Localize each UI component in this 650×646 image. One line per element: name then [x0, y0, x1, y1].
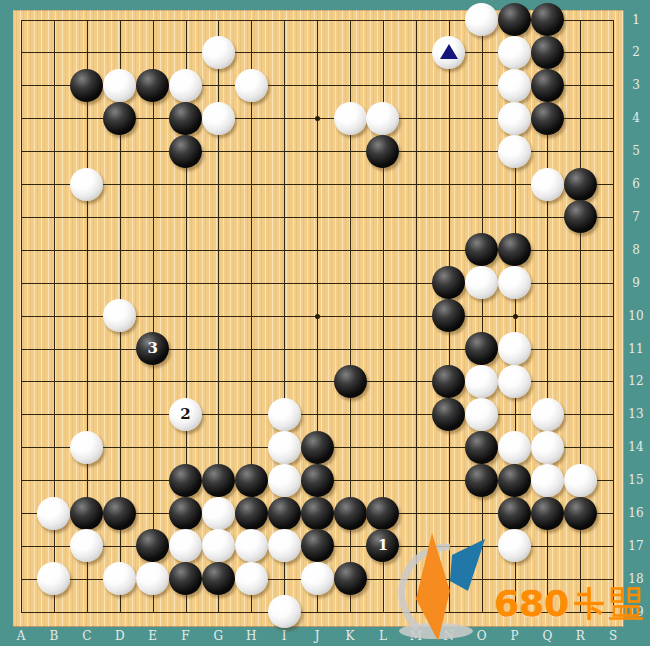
stone-black-P16[interactable]: [498, 497, 531, 530]
stone-white-I13[interactable]: [268, 398, 301, 431]
col-label-B: B: [44, 629, 64, 644]
stone-white-H18[interactable]: [235, 562, 268, 595]
stone-white-N2[interactable]: [432, 36, 465, 69]
stone-black-H16[interactable]: [235, 497, 268, 530]
stone-white-P9[interactable]: [498, 266, 531, 299]
col-label-D: D: [110, 629, 130, 644]
col-label-K: K: [340, 629, 360, 644]
stone-black-J15[interactable]: [301, 464, 334, 497]
stone-white-D3[interactable]: [103, 69, 136, 102]
stone-white-I17[interactable]: [268, 529, 301, 562]
stone-black-G18[interactable]: [202, 562, 235, 595]
stone-white-I15[interactable]: [268, 464, 301, 497]
stone-black-R16[interactable]: [564, 497, 597, 530]
stone-black-O14[interactable]: [465, 431, 498, 464]
stone-black-F4[interactable]: [169, 102, 202, 135]
row-label-6: 6: [623, 177, 649, 191]
stone-white-P12[interactable]: [498, 365, 531, 398]
stone-white-G2[interactable]: [202, 36, 235, 69]
stone-white-P14[interactable]: [498, 431, 531, 464]
stone-white-C14[interactable]: [70, 431, 103, 464]
stone-black-K18[interactable]: [334, 562, 367, 595]
row-label-18: 18: [623, 572, 649, 586]
stone-white-H3[interactable]: [235, 69, 268, 102]
stone-white-P5[interactable]: [498, 135, 531, 168]
row-label-8: 8: [623, 243, 649, 257]
stone-black-N13[interactable]: [432, 398, 465, 431]
col-label-P: P: [505, 629, 525, 644]
stone-black-Q3[interactable]: [531, 69, 564, 102]
stone-black-P1[interactable]: [498, 3, 531, 36]
row-label-14: 14: [623, 440, 649, 454]
row-label-5: 5: [623, 144, 649, 158]
col-label-H: H: [241, 629, 261, 644]
stone-black-C3[interactable]: [70, 69, 103, 102]
stone-black-H15[interactable]: [235, 464, 268, 497]
row-label-17: 17: [623, 539, 649, 553]
stone-black-I16[interactable]: [268, 497, 301, 530]
move-number-label: 3: [147, 341, 157, 356]
stone-white-O1[interactable]: [465, 3, 498, 36]
row-label-13: 13: [623, 407, 649, 421]
row-label-2: 2: [623, 45, 649, 59]
stone-black-O11[interactable]: [465, 332, 498, 365]
col-label-N: N: [439, 629, 459, 644]
stone-black-J17[interactable]: [301, 529, 334, 562]
col-label-M: M: [406, 629, 426, 644]
stone-white-P11[interactable]: [498, 332, 531, 365]
col-label-O: O: [472, 629, 492, 644]
stone-black-P15[interactable]: [498, 464, 531, 497]
row-label-10: 10: [623, 309, 649, 323]
grid-vline: [613, 20, 614, 613]
stone-black-R6[interactable]: [564, 168, 597, 201]
stone-black-Q1[interactable]: [531, 3, 564, 36]
row-label-16: 16: [623, 506, 649, 520]
stone-white-C6[interactable]: [70, 168, 103, 201]
stone-white-H17[interactable]: [235, 529, 268, 562]
stone-black-R7[interactable]: [564, 200, 597, 233]
stone-white-L4[interactable]: [366, 102, 399, 135]
stone-black-G15[interactable]: [202, 464, 235, 497]
stone-white-F13[interactable]: 2: [169, 398, 202, 431]
col-label-I: I: [274, 629, 294, 644]
stone-white-P2[interactable]: [498, 36, 531, 69]
col-label-E: E: [143, 629, 163, 644]
stone-black-L16[interactable]: [366, 497, 399, 530]
grid-vline: [482, 20, 483, 613]
last-move-triangle-marker: [440, 44, 458, 59]
stone-black-F5[interactable]: [169, 135, 202, 168]
move-number-label: 2: [180, 407, 190, 422]
row-label-15: 15: [623, 473, 649, 487]
stone-black-N12[interactable]: [432, 365, 465, 398]
stone-black-D4[interactable]: [103, 102, 136, 135]
stone-black-F16[interactable]: [169, 497, 202, 530]
row-label-1: 1: [623, 13, 649, 27]
stone-white-G16[interactable]: [202, 497, 235, 530]
col-label-C: C: [77, 629, 97, 644]
star-point-J10: [315, 314, 320, 319]
row-label-3: 3: [623, 78, 649, 92]
stone-black-K16[interactable]: [334, 497, 367, 530]
row-label-11: 11: [623, 342, 649, 356]
col-label-F: F: [176, 629, 196, 644]
stone-black-O15[interactable]: [465, 464, 498, 497]
row-label-4: 4: [623, 111, 649, 125]
row-label-19: 19: [623, 605, 649, 619]
row-label-7: 7: [623, 210, 649, 224]
stone-black-Q4[interactable]: [531, 102, 564, 135]
col-label-S: S: [603, 629, 623, 644]
go-app-window: ABCDEFGHIJKLMNOPQRS123456789101112131415…: [0, 0, 650, 646]
stone-white-F3[interactable]: [169, 69, 202, 102]
row-label-9: 9: [623, 276, 649, 290]
stone-white-Q13[interactable]: [531, 398, 564, 431]
stone-white-I14[interactable]: [268, 431, 301, 464]
star-point-P10: [513, 314, 518, 319]
stone-white-Q15[interactable]: [531, 464, 564, 497]
stone-white-O13[interactable]: [465, 398, 498, 431]
col-label-R: R: [570, 629, 590, 644]
stone-white-P4[interactable]: [498, 102, 531, 135]
stone-black-Q2[interactable]: [531, 36, 564, 69]
stone-white-Q6[interactable]: [531, 168, 564, 201]
stone-black-E3[interactable]: [136, 69, 169, 102]
stone-white-P3[interactable]: [498, 69, 531, 102]
stone-black-Q16[interactable]: [531, 497, 564, 530]
stone-black-F15[interactable]: [169, 464, 202, 497]
stone-black-J14[interactable]: [301, 431, 334, 464]
stone-black-J16[interactable]: [301, 497, 334, 530]
stone-black-D16[interactable]: [103, 497, 136, 530]
stone-white-O12[interactable]: [465, 365, 498, 398]
col-label-J: J: [307, 629, 327, 644]
stone-white-G4[interactable]: [202, 102, 235, 135]
stone-white-Q14[interactable]: [531, 431, 564, 464]
stone-black-C16[interactable]: [70, 497, 103, 530]
col-label-L: L: [373, 629, 393, 644]
stone-black-E11[interactable]: 3: [136, 332, 169, 365]
stone-white-B16[interactable]: [37, 497, 70, 530]
move-number-label: 1: [378, 538, 388, 553]
col-label-Q: Q: [537, 629, 557, 644]
grid-hline: [21, 612, 614, 613]
stone-white-R15[interactable]: [564, 464, 597, 497]
row-label-12: 12: [623, 374, 649, 388]
grid-hline: [21, 414, 614, 415]
grid-vline: [416, 20, 417, 613]
stone-black-K12[interactable]: [334, 365, 367, 398]
col-label-G: G: [208, 629, 228, 644]
stone-white-J18[interactable]: [301, 562, 334, 595]
col-label-A: A: [11, 629, 31, 644]
stone-white-I19[interactable]: [268, 595, 301, 628]
stone-black-L5[interactable]: [366, 135, 399, 168]
stone-white-K4[interactable]: [334, 102, 367, 135]
